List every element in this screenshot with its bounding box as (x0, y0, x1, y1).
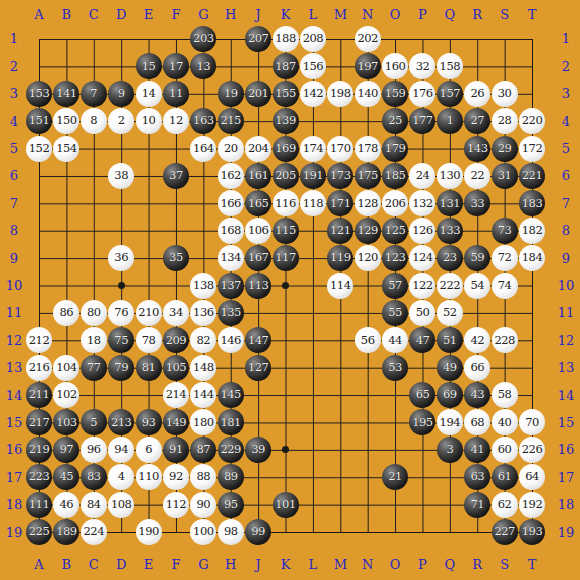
intersection-E14[interactable] (135, 381, 162, 408)
intersection-E15[interactable]: 93 (135, 409, 162, 436)
intersection-T17[interactable]: 64 (518, 464, 545, 491)
intersection-T1[interactable] (518, 25, 545, 52)
intersection-A10[interactable] (25, 272, 52, 299)
intersection-D18[interactable]: 108 (107, 491, 134, 518)
intersection-A5[interactable]: 152 (25, 135, 52, 162)
intersection-N18[interactable] (354, 491, 381, 518)
intersection-T7[interactable]: 183 (518, 190, 545, 217)
intersection-B15[interactable]: 103 (53, 409, 80, 436)
intersection-F10[interactable] (162, 272, 189, 299)
intersection-P4[interactable]: 177 (409, 107, 436, 134)
intersection-T11[interactable] (518, 299, 545, 326)
intersection-S9[interactable]: 72 (491, 244, 518, 271)
intersection-H5[interactable]: 20 (217, 135, 244, 162)
intersection-J12[interactable]: 147 (244, 327, 271, 354)
intersection-R1[interactable] (464, 25, 491, 52)
intersection-B1[interactable] (53, 25, 80, 52)
intersection-J5[interactable]: 204 (244, 135, 271, 162)
intersection-E18[interactable] (135, 491, 162, 518)
intersection-D17[interactable]: 4 (107, 464, 134, 491)
intersection-A1[interactable] (25, 25, 52, 52)
intersection-Q13[interactable]: 49 (436, 354, 463, 381)
intersection-C11[interactable]: 80 (80, 299, 107, 326)
intersection-G8[interactable] (190, 217, 217, 244)
intersection-J17[interactable] (244, 464, 271, 491)
intersection-D19[interactable] (107, 518, 134, 545)
intersection-H9[interactable]: 134 (217, 244, 244, 271)
intersection-H19[interactable]: 98 (217, 518, 244, 545)
intersection-S4[interactable]: 28 (491, 107, 518, 134)
intersection-B19[interactable]: 189 (53, 518, 80, 545)
intersection-D10[interactable] (107, 272, 134, 299)
intersection-L19[interactable] (299, 518, 326, 545)
intersection-B6[interactable] (53, 162, 80, 189)
intersection-C9[interactable] (80, 244, 107, 271)
intersection-P10[interactable]: 122 (409, 272, 436, 299)
intersection-S10[interactable]: 74 (491, 272, 518, 299)
intersection-O7[interactable]: 206 (381, 190, 408, 217)
intersection-J4[interactable] (244, 107, 271, 134)
intersection-S13[interactable] (491, 354, 518, 381)
intersection-P19[interactable] (409, 518, 436, 545)
intersection-N3[interactable]: 140 (354, 80, 381, 107)
intersection-M5[interactable]: 170 (327, 135, 354, 162)
intersection-S15[interactable]: 40 (491, 409, 518, 436)
intersection-R5[interactable]: 143 (464, 135, 491, 162)
intersection-N11[interactable] (354, 299, 381, 326)
intersection-T2[interactable] (518, 53, 545, 80)
intersection-K15[interactable] (272, 409, 299, 436)
intersection-D5[interactable] (107, 135, 134, 162)
intersection-N19[interactable] (354, 518, 381, 545)
intersection-Q14[interactable]: 69 (436, 381, 463, 408)
intersection-M13[interactable] (327, 354, 354, 381)
intersection-G16[interactable]: 87 (190, 436, 217, 463)
intersection-A6[interactable] (25, 162, 52, 189)
intersection-C5[interactable] (80, 135, 107, 162)
intersection-T18[interactable]: 192 (518, 491, 545, 518)
intersection-E12[interactable]: 78 (135, 327, 162, 354)
intersection-G11[interactable]: 136 (190, 299, 217, 326)
intersection-K6[interactable]: 205 (272, 162, 299, 189)
intersection-G14[interactable]: 144 (190, 381, 217, 408)
intersection-R6[interactable]: 22 (464, 162, 491, 189)
intersection-M2[interactable] (327, 53, 354, 80)
intersection-H14[interactable]: 145 (217, 381, 244, 408)
intersection-C17[interactable]: 83 (80, 464, 107, 491)
intersection-P11[interactable]: 50 (409, 299, 436, 326)
intersection-K13[interactable] (272, 354, 299, 381)
intersection-S3[interactable]: 30 (491, 80, 518, 107)
intersection-R8[interactable] (464, 217, 491, 244)
intersection-R2[interactable] (464, 53, 491, 80)
intersection-P6[interactable]: 24 (409, 162, 436, 189)
intersection-A15[interactable]: 217 (25, 409, 52, 436)
intersection-B12[interactable] (53, 327, 80, 354)
intersection-G17[interactable]: 88 (190, 464, 217, 491)
intersection-F14[interactable]: 214 (162, 381, 189, 408)
intersection-Q2[interactable]: 158 (436, 53, 463, 80)
intersection-C14[interactable] (80, 381, 107, 408)
intersection-O19[interactable] (381, 518, 408, 545)
intersection-D2[interactable] (107, 53, 134, 80)
intersection-H2[interactable] (217, 53, 244, 80)
intersection-R3[interactable]: 26 (464, 80, 491, 107)
intersection-O5[interactable]: 179 (381, 135, 408, 162)
intersection-F13[interactable]: 105 (162, 354, 189, 381)
intersection-E5[interactable] (135, 135, 162, 162)
intersection-L16[interactable] (299, 436, 326, 463)
intersection-J1[interactable]: 207 (244, 25, 271, 52)
intersection-C6[interactable] (80, 162, 107, 189)
intersection-Q12[interactable]: 51 (436, 327, 463, 354)
intersection-N4[interactable] (354, 107, 381, 134)
intersection-N12[interactable]: 56 (354, 327, 381, 354)
intersection-N1[interactable]: 202 (354, 25, 381, 52)
intersection-E6[interactable] (135, 162, 162, 189)
intersection-H11[interactable]: 135 (217, 299, 244, 326)
intersection-Q8[interactable]: 133 (436, 217, 463, 244)
intersection-N2[interactable]: 197 (354, 53, 381, 80)
intersection-M6[interactable]: 173 (327, 162, 354, 189)
intersection-O17[interactable]: 21 (381, 464, 408, 491)
intersection-F2[interactable]: 17 (162, 53, 189, 80)
intersection-O6[interactable]: 185 (381, 162, 408, 189)
intersection-L3[interactable]: 142 (299, 80, 326, 107)
intersection-H6[interactable]: 162 (217, 162, 244, 189)
intersection-E10[interactable] (135, 272, 162, 299)
intersection-L14[interactable] (299, 381, 326, 408)
intersection-K19[interactable] (272, 518, 299, 545)
intersection-K1[interactable]: 188 (272, 25, 299, 52)
intersection-T3[interactable] (518, 80, 545, 107)
intersection-N17[interactable] (354, 464, 381, 491)
intersection-T8[interactable]: 182 (518, 217, 545, 244)
intersection-G10[interactable]: 138 (190, 272, 217, 299)
intersection-P12[interactable]: 47 (409, 327, 436, 354)
intersection-M12[interactable] (327, 327, 354, 354)
intersection-A16[interactable]: 219 (25, 436, 52, 463)
intersection-J2[interactable] (244, 53, 271, 80)
intersection-D6[interactable]: 38 (107, 162, 134, 189)
intersection-F17[interactable]: 92 (162, 464, 189, 491)
intersection-L12[interactable] (299, 327, 326, 354)
intersection-K7[interactable]: 116 (272, 190, 299, 217)
intersection-J19[interactable]: 99 (244, 518, 271, 545)
intersection-P1[interactable] (409, 25, 436, 52)
intersection-G3[interactable] (190, 80, 217, 107)
intersection-A2[interactable] (25, 53, 52, 80)
intersection-C7[interactable] (80, 190, 107, 217)
intersection-M11[interactable] (327, 299, 354, 326)
intersection-P5[interactable] (409, 135, 436, 162)
intersection-H13[interactable] (217, 354, 244, 381)
intersection-A14[interactable]: 211 (25, 381, 52, 408)
intersection-T14[interactable] (518, 381, 545, 408)
intersection-F16[interactable]: 91 (162, 436, 189, 463)
intersection-B11[interactable]: 86 (53, 299, 80, 326)
intersection-L18[interactable] (299, 491, 326, 518)
intersection-F7[interactable] (162, 190, 189, 217)
intersection-G13[interactable]: 148 (190, 354, 217, 381)
intersection-F18[interactable]: 112 (162, 491, 189, 518)
intersection-O18[interactable] (381, 491, 408, 518)
intersection-N7[interactable]: 128 (354, 190, 381, 217)
intersection-S12[interactable]: 228 (491, 327, 518, 354)
intersection-E13[interactable]: 81 (135, 354, 162, 381)
intersection-D14[interactable] (107, 381, 134, 408)
intersection-F12[interactable]: 209 (162, 327, 189, 354)
intersection-Q17[interactable] (436, 464, 463, 491)
intersection-S2[interactable] (491, 53, 518, 80)
intersection-L9[interactable] (299, 244, 326, 271)
intersection-Q3[interactable]: 157 (436, 80, 463, 107)
intersection-E17[interactable]: 110 (135, 464, 162, 491)
intersection-F3[interactable]: 11 (162, 80, 189, 107)
intersection-A9[interactable] (25, 244, 52, 271)
intersection-S5[interactable]: 29 (491, 135, 518, 162)
intersection-J10[interactable]: 113 (244, 272, 271, 299)
intersection-H15[interactable]: 181 (217, 409, 244, 436)
intersection-A19[interactable]: 225 (25, 518, 52, 545)
intersection-R19[interactable] (464, 518, 491, 545)
intersection-Q6[interactable]: 130 (436, 162, 463, 189)
intersection-F6[interactable]: 37 (162, 162, 189, 189)
intersection-O10[interactable]: 57 (381, 272, 408, 299)
intersection-L11[interactable] (299, 299, 326, 326)
intersection-M17[interactable] (327, 464, 354, 491)
intersection-L7[interactable]: 118 (299, 190, 326, 217)
intersection-E9[interactable] (135, 244, 162, 271)
intersection-E16[interactable]: 6 (135, 436, 162, 463)
intersection-A4[interactable]: 151 (25, 107, 52, 134)
intersection-H18[interactable]: 95 (217, 491, 244, 518)
intersection-G7[interactable] (190, 190, 217, 217)
intersection-T5[interactable]: 172 (518, 135, 545, 162)
intersection-R14[interactable]: 43 (464, 381, 491, 408)
intersection-M1[interactable] (327, 25, 354, 52)
intersection-R16[interactable]: 41 (464, 436, 491, 463)
intersection-P13[interactable] (409, 354, 436, 381)
intersection-S16[interactable]: 60 (491, 436, 518, 463)
intersection-M18[interactable] (327, 491, 354, 518)
intersection-L1[interactable]: 208 (299, 25, 326, 52)
intersection-B16[interactable]: 97 (53, 436, 80, 463)
intersection-J6[interactable]: 161 (244, 162, 271, 189)
intersection-P18[interactable] (409, 491, 436, 518)
intersection-E4[interactable]: 10 (135, 107, 162, 134)
intersection-D9[interactable]: 36 (107, 244, 134, 271)
intersection-M9[interactable]: 119 (327, 244, 354, 271)
intersection-H12[interactable]: 146 (217, 327, 244, 354)
intersection-O11[interactable]: 55 (381, 299, 408, 326)
intersection-J3[interactable]: 201 (244, 80, 271, 107)
intersection-Q19[interactable] (436, 518, 463, 545)
intersection-B14[interactable]: 102 (53, 381, 80, 408)
intersection-C4[interactable]: 8 (80, 107, 107, 134)
intersection-C8[interactable] (80, 217, 107, 244)
intersection-B10[interactable] (53, 272, 80, 299)
intersection-P15[interactable]: 195 (409, 409, 436, 436)
intersection-C15[interactable]: 5 (80, 409, 107, 436)
intersection-S18[interactable]: 62 (491, 491, 518, 518)
intersection-K10[interactable] (272, 272, 299, 299)
intersection-M10[interactable]: 114 (327, 272, 354, 299)
intersection-L8[interactable] (299, 217, 326, 244)
intersection-Q15[interactable]: 194 (436, 409, 463, 436)
intersection-R15[interactable]: 68 (464, 409, 491, 436)
intersection-O2[interactable]: 160 (381, 53, 408, 80)
intersection-A8[interactable] (25, 217, 52, 244)
intersection-K14[interactable] (272, 381, 299, 408)
intersection-S19[interactable]: 227 (491, 518, 518, 545)
intersection-D11[interactable]: 76 (107, 299, 134, 326)
intersection-J9[interactable]: 167 (244, 244, 271, 271)
intersection-K8[interactable]: 115 (272, 217, 299, 244)
intersection-C19[interactable]: 224 (80, 518, 107, 545)
intersection-L10[interactable] (299, 272, 326, 299)
intersection-Q7[interactable]: 131 (436, 190, 463, 217)
intersection-F9[interactable]: 35 (162, 244, 189, 271)
intersection-O8[interactable]: 125 (381, 217, 408, 244)
intersection-G6[interactable] (190, 162, 217, 189)
intersection-O13[interactable]: 53 (381, 354, 408, 381)
intersection-K11[interactable] (272, 299, 299, 326)
intersection-B5[interactable]: 154 (53, 135, 80, 162)
intersection-Q4[interactable]: 1 (436, 107, 463, 134)
intersection-R4[interactable]: 27 (464, 107, 491, 134)
intersection-O4[interactable]: 25 (381, 107, 408, 134)
intersection-B2[interactable] (53, 53, 80, 80)
intersection-R12[interactable]: 42 (464, 327, 491, 354)
intersection-J11[interactable] (244, 299, 271, 326)
intersection-Q18[interactable] (436, 491, 463, 518)
intersection-O14[interactable] (381, 381, 408, 408)
intersection-O12[interactable]: 44 (381, 327, 408, 354)
intersection-B7[interactable] (53, 190, 80, 217)
intersection-S6[interactable]: 31 (491, 162, 518, 189)
intersection-C16[interactable]: 96 (80, 436, 107, 463)
intersection-K2[interactable]: 187 (272, 53, 299, 80)
intersection-K16[interactable] (272, 436, 299, 463)
intersection-S7[interactable] (491, 190, 518, 217)
intersection-D1[interactable] (107, 25, 134, 52)
intersection-H8[interactable]: 168 (217, 217, 244, 244)
intersection-R10[interactable]: 54 (464, 272, 491, 299)
intersection-A17[interactable]: 223 (25, 464, 52, 491)
intersection-H10[interactable]: 137 (217, 272, 244, 299)
intersection-A11[interactable] (25, 299, 52, 326)
intersection-G18[interactable]: 90 (190, 491, 217, 518)
intersection-F8[interactable] (162, 217, 189, 244)
intersection-E11[interactable]: 210 (135, 299, 162, 326)
intersection-E8[interactable] (135, 217, 162, 244)
intersection-T9[interactable]: 184 (518, 244, 545, 271)
intersection-C2[interactable] (80, 53, 107, 80)
intersection-E2[interactable]: 15 (135, 53, 162, 80)
intersection-Q11[interactable]: 52 (436, 299, 463, 326)
intersection-K3[interactable]: 155 (272, 80, 299, 107)
intersection-T19[interactable]: 193 (518, 518, 545, 545)
intersection-L5[interactable]: 174 (299, 135, 326, 162)
intersection-G4[interactable]: 163 (190, 107, 217, 134)
intersection-K9[interactable]: 117 (272, 244, 299, 271)
intersection-S14[interactable]: 58 (491, 381, 518, 408)
intersection-D7[interactable] (107, 190, 134, 217)
intersection-A7[interactable] (25, 190, 52, 217)
intersection-H1[interactable] (217, 25, 244, 52)
intersection-F5[interactable] (162, 135, 189, 162)
intersection-N10[interactable] (354, 272, 381, 299)
intersection-P3[interactable]: 176 (409, 80, 436, 107)
intersection-J16[interactable]: 39 (244, 436, 271, 463)
intersection-P17[interactable] (409, 464, 436, 491)
intersection-A3[interactable]: 153 (25, 80, 52, 107)
intersection-P8[interactable]: 126 (409, 217, 436, 244)
intersection-M8[interactable]: 121 (327, 217, 354, 244)
intersection-M7[interactable]: 171 (327, 190, 354, 217)
intersection-G5[interactable]: 164 (190, 135, 217, 162)
intersection-E7[interactable] (135, 190, 162, 217)
intersection-C10[interactable] (80, 272, 107, 299)
intersection-T6[interactable]: 221 (518, 162, 545, 189)
intersection-G2[interactable]: 13 (190, 53, 217, 80)
intersection-B3[interactable]: 141 (53, 80, 80, 107)
intersection-F15[interactable]: 149 (162, 409, 189, 436)
intersection-R7[interactable]: 33 (464, 190, 491, 217)
intersection-N15[interactable] (354, 409, 381, 436)
intersection-O15[interactable] (381, 409, 408, 436)
intersection-T4[interactable]: 220 (518, 107, 545, 134)
intersection-N5[interactable]: 178 (354, 135, 381, 162)
intersection-H17[interactable]: 89 (217, 464, 244, 491)
intersection-M16[interactable] (327, 436, 354, 463)
intersection-T13[interactable] (518, 354, 545, 381)
intersection-C3[interactable]: 7 (80, 80, 107, 107)
intersection-P16[interactable] (409, 436, 436, 463)
intersection-B17[interactable]: 45 (53, 464, 80, 491)
intersection-C1[interactable] (80, 25, 107, 52)
intersection-M15[interactable] (327, 409, 354, 436)
intersection-P2[interactable]: 32 (409, 53, 436, 80)
intersection-O3[interactable]: 159 (381, 80, 408, 107)
intersection-L15[interactable] (299, 409, 326, 436)
intersection-C18[interactable]: 84 (80, 491, 107, 518)
intersection-N9[interactable]: 120 (354, 244, 381, 271)
intersection-N6[interactable]: 175 (354, 162, 381, 189)
intersection-M19[interactable] (327, 518, 354, 545)
intersection-J14[interactable] (244, 381, 271, 408)
intersection-D16[interactable]: 94 (107, 436, 134, 463)
intersection-R18[interactable]: 71 (464, 491, 491, 518)
intersection-G9[interactable] (190, 244, 217, 271)
intersection-S1[interactable] (491, 25, 518, 52)
intersection-M3[interactable]: 198 (327, 80, 354, 107)
intersection-N8[interactable]: 129 (354, 217, 381, 244)
intersection-L6[interactable]: 191 (299, 162, 326, 189)
intersection-S11[interactable] (491, 299, 518, 326)
intersection-H3[interactable]: 19 (217, 80, 244, 107)
intersection-A12[interactable]: 212 (25, 327, 52, 354)
intersection-K4[interactable]: 139 (272, 107, 299, 134)
intersection-G15[interactable]: 180 (190, 409, 217, 436)
intersection-R9[interactable]: 59 (464, 244, 491, 271)
intersection-C13[interactable]: 77 (80, 354, 107, 381)
intersection-N16[interactable] (354, 436, 381, 463)
intersection-H4[interactable]: 215 (217, 107, 244, 134)
intersection-B9[interactable] (53, 244, 80, 271)
intersection-A13[interactable]: 216 (25, 354, 52, 381)
